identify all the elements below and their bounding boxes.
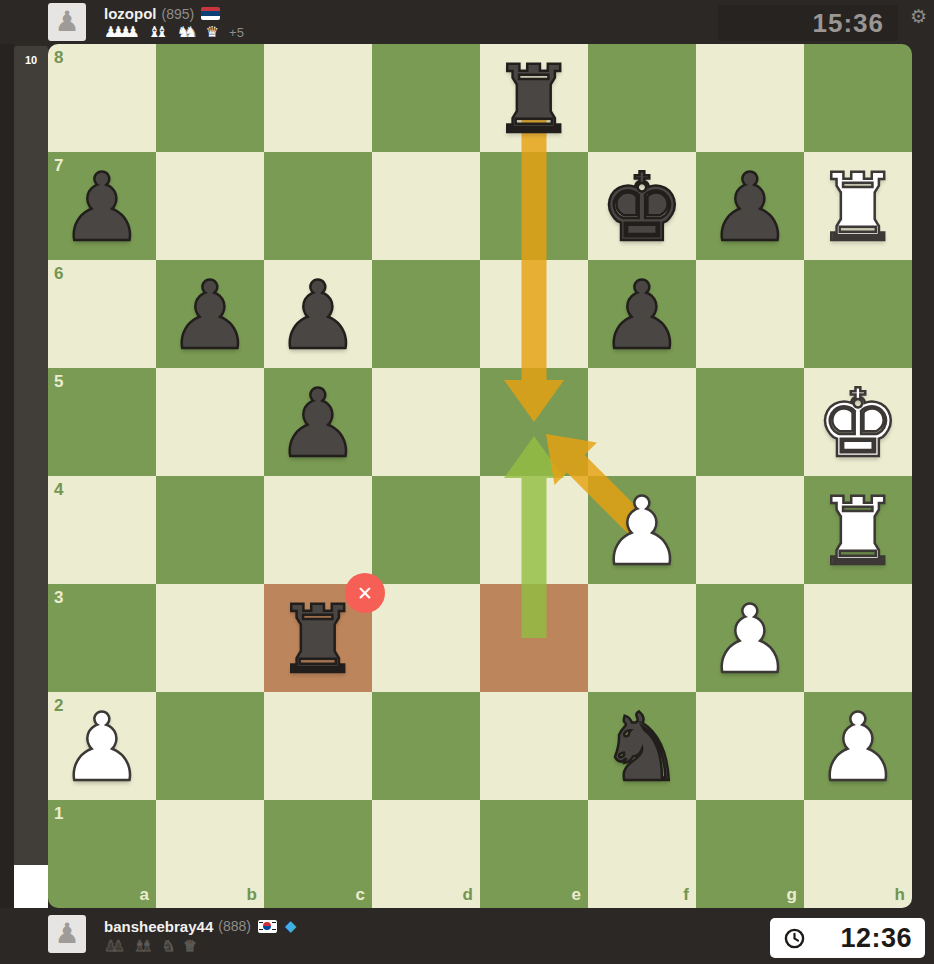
top-player-rating: (895) bbox=[162, 6, 195, 22]
square-f4[interactable] bbox=[588, 476, 696, 584]
square-e7[interactable] bbox=[480, 152, 588, 260]
bottom-player-name[interactable]: bansheebray44 bbox=[104, 918, 213, 935]
square-a1[interactable]: 1a bbox=[48, 800, 156, 908]
top-player-avatar[interactable]: ♟ bbox=[48, 3, 86, 41]
square-a8[interactable]: 8 bbox=[48, 44, 156, 152]
square-a7[interactable]: 7 bbox=[48, 152, 156, 260]
square-h3[interactable] bbox=[804, 584, 912, 692]
rank-label-1: 1 bbox=[54, 805, 63, 822]
square-g5[interactable] bbox=[696, 368, 804, 476]
square-g3[interactable] bbox=[696, 584, 804, 692]
chess-app: ♟ lozopol (895) ♟♟♟♟♝♝♞♞♛ +5 15:36 ⚙ 10 … bbox=[0, 0, 934, 964]
rank-label-8: 8 bbox=[54, 49, 63, 66]
rank-label-5: 5 bbox=[54, 373, 63, 390]
square-d2[interactable] bbox=[372, 692, 480, 800]
top-player-clock: 15:36 bbox=[718, 5, 898, 41]
settings-gear-icon[interactable]: ⚙ bbox=[910, 7, 927, 26]
bottom-player-avatar[interactable]: ♟ bbox=[48, 915, 86, 953]
miss-marker-icon: ✕ bbox=[345, 573, 385, 613]
file-label-a: a bbox=[140, 886, 149, 903]
captured-piece-group: ♝♝ bbox=[133, 939, 162, 954]
bottom-player-captured-pieces: ♟♟♝♝♞♛ bbox=[104, 938, 205, 954]
square-f5[interactable] bbox=[588, 368, 696, 476]
file-label-e: e bbox=[572, 886, 581, 903]
square-b4[interactable] bbox=[156, 476, 264, 584]
square-g6[interactable] bbox=[696, 260, 804, 368]
square-b5[interactable] bbox=[156, 368, 264, 476]
square-a4[interactable]: 4 bbox=[48, 476, 156, 584]
top-player-captured-pieces: ♟♟♟♟♝♝♞♞♛ +5 bbox=[104, 24, 244, 40]
square-b1[interactable]: b bbox=[156, 800, 264, 908]
square-f1[interactable]: f bbox=[588, 800, 696, 908]
evaluation-white-portion bbox=[14, 865, 48, 908]
captured-piece-group: ♟♟ bbox=[104, 939, 133, 954]
top-clock-time: 15:36 bbox=[813, 8, 885, 38]
square-d6[interactable] bbox=[372, 260, 480, 368]
material-advantage: +5 bbox=[229, 25, 244, 40]
square-d4[interactable] bbox=[372, 476, 480, 584]
square-f6[interactable] bbox=[588, 260, 696, 368]
square-d3[interactable] bbox=[372, 584, 480, 692]
square-h6[interactable] bbox=[804, 260, 912, 368]
captured-piece-group: ♞♞ bbox=[177, 25, 206, 40]
square-c7[interactable] bbox=[264, 152, 372, 260]
square-h7[interactable] bbox=[804, 152, 912, 260]
square-e1[interactable]: e bbox=[480, 800, 588, 908]
square-c4[interactable] bbox=[264, 476, 372, 584]
captured-piece-group: ♛ bbox=[183, 939, 204, 954]
square-a6[interactable]: 6 bbox=[48, 260, 156, 368]
square-a2[interactable]: 2 bbox=[48, 692, 156, 800]
chess-board[interactable]: 87654321abcdefgh ♜♟♚♟♜♟♟♟♟♚♟♜♜♟♟♞♟✕ bbox=[48, 44, 912, 908]
square-a5[interactable]: 5 bbox=[48, 368, 156, 476]
evaluation-score: 10 bbox=[14, 54, 48, 66]
square-a3[interactable]: 3 bbox=[48, 584, 156, 692]
rank-label-7: 7 bbox=[54, 157, 63, 174]
square-e4[interactable] bbox=[480, 476, 588, 584]
square-e3[interactable] bbox=[480, 584, 588, 692]
square-f3[interactable] bbox=[588, 584, 696, 692]
rank-label-2: 2 bbox=[54, 697, 63, 714]
serbia-flag-icon bbox=[201, 7, 220, 20]
square-h2[interactable] bbox=[804, 692, 912, 800]
square-g4[interactable] bbox=[696, 476, 804, 584]
rank-label-3: 3 bbox=[54, 589, 63, 606]
bottom-player-rating: (888) bbox=[218, 918, 251, 934]
square-b7[interactable] bbox=[156, 152, 264, 260]
square-f8[interactable] bbox=[588, 44, 696, 152]
rank-label-6: 6 bbox=[54, 265, 63, 282]
square-e6[interactable] bbox=[480, 260, 588, 368]
square-d8[interactable] bbox=[372, 44, 480, 152]
square-c1[interactable]: c bbox=[264, 800, 372, 908]
file-label-b: b bbox=[247, 886, 257, 903]
square-f7[interactable] bbox=[588, 152, 696, 260]
captured-piece-group: ♟♟♟♟ bbox=[104, 25, 148, 40]
square-d7[interactable] bbox=[372, 152, 480, 260]
file-label-c: c bbox=[356, 886, 365, 903]
top-player-name[interactable]: lozopol bbox=[104, 5, 157, 22]
square-g2[interactable] bbox=[696, 692, 804, 800]
square-g8[interactable] bbox=[696, 44, 804, 152]
file-label-d: d bbox=[463, 886, 473, 903]
square-e5[interactable] bbox=[480, 368, 588, 476]
square-b8[interactable] bbox=[156, 44, 264, 152]
captured-piece-group: ♛ bbox=[206, 25, 227, 40]
clock-icon bbox=[783, 927, 806, 950]
square-c6[interactable] bbox=[264, 260, 372, 368]
file-label-g: g bbox=[787, 886, 797, 903]
square-c5[interactable] bbox=[264, 368, 372, 476]
square-h4[interactable] bbox=[804, 476, 912, 584]
left-rail bbox=[0, 44, 14, 908]
rank-label-4: 4 bbox=[54, 481, 63, 498]
square-b2[interactable] bbox=[156, 692, 264, 800]
square-g1[interactable]: g bbox=[696, 800, 804, 908]
square-e8[interactable] bbox=[480, 44, 588, 152]
square-d5[interactable] bbox=[372, 368, 480, 476]
avatar-pawn-icon: ♟ bbox=[54, 8, 79, 36]
captured-piece-group: ♞ bbox=[162, 939, 183, 954]
square-b3[interactable] bbox=[156, 584, 264, 692]
file-label-h: h bbox=[895, 886, 905, 903]
top-player-bar: ♟ lozopol (895) ♟♟♟♟♝♝♞♞♛ +5 15:36 ⚙ bbox=[0, 0, 934, 44]
square-b6[interactable] bbox=[156, 260, 264, 368]
bottom-player-bar: ♟ bansheebray44 (888) ◆ ♟♟♝♝♞♛ 12:36 bbox=[0, 908, 934, 964]
square-d1[interactable]: d bbox=[372, 800, 480, 908]
captured-piece-group: ♝♝ bbox=[148, 25, 177, 40]
square-h5[interactable] bbox=[804, 368, 912, 476]
square-h8[interactable] bbox=[804, 44, 912, 152]
square-h1[interactable]: h bbox=[804, 800, 912, 908]
square-f2[interactable] bbox=[588, 692, 696, 800]
bottom-player-clock: 12:36 bbox=[770, 918, 925, 958]
premium-diamond-icon: ◆ bbox=[285, 917, 297, 935]
square-c2[interactable] bbox=[264, 692, 372, 800]
square-e2[interactable] bbox=[480, 692, 588, 800]
south-korea-flag-icon bbox=[258, 920, 277, 933]
bottom-clock-time: 12:36 bbox=[806, 923, 925, 954]
avatar-pawn-icon: ♟ bbox=[54, 920, 79, 948]
square-c8[interactable] bbox=[264, 44, 372, 152]
file-label-f: f bbox=[683, 886, 689, 903]
evaluation-bar: 10 bbox=[14, 46, 48, 908]
square-g7[interactable] bbox=[696, 152, 804, 260]
